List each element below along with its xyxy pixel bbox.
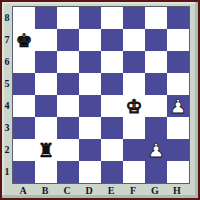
square-b3[interactable] [35,117,57,139]
square-g2[interactable]: ♟ [145,139,167,161]
rank-label-2: 2 [2,139,12,161]
square-b5[interactable] [35,73,57,95]
rank-label-4: 4 [2,95,12,117]
square-d8[interactable] [79,7,101,29]
square-c1[interactable] [57,161,79,183]
rank-label-8: 8 [2,7,12,29]
square-a2[interactable] [13,139,35,161]
file-label-f: F [122,184,144,197]
square-g7[interactable] [145,29,167,51]
square-e2[interactable] [101,139,123,161]
square-e6[interactable] [101,51,123,73]
piece-white-king[interactable]: ♚ [123,95,145,117]
square-c2[interactable] [57,139,79,161]
square-d1[interactable] [79,161,101,183]
square-b8[interactable] [35,7,57,29]
square-d4[interactable] [79,95,101,117]
square-g1[interactable] [145,161,167,183]
chess-board: ♚♚♟♜♟ [12,6,190,184]
square-d2[interactable] [79,139,101,161]
square-f1[interactable] [123,161,145,183]
file-labels: ABCDEFGH [12,184,190,197]
file-label-e: E [100,184,122,197]
square-h7[interactable] [167,29,189,51]
square-d6[interactable] [79,51,101,73]
rank-label-3: 3 [2,117,12,139]
square-a6[interactable] [13,51,35,73]
square-e3[interactable] [101,117,123,139]
square-f4[interactable]: ♚ [123,95,145,117]
square-b6[interactable] [35,51,57,73]
rank-label-6: 6 [2,51,12,73]
file-label-a: A [12,184,34,197]
square-f5[interactable] [123,73,145,95]
square-a1[interactable] [13,161,35,183]
square-c5[interactable] [57,73,79,95]
square-b1[interactable] [35,161,57,183]
square-h2[interactable] [167,139,189,161]
file-label-h: H [166,184,188,197]
file-label-c: C [56,184,78,197]
square-d5[interactable] [79,73,101,95]
square-e8[interactable] [101,7,123,29]
file-label-b: B [34,184,56,197]
square-h6[interactable] [167,51,189,73]
chess-diagram: 87654321 ♚♚♟♜♟ ABCDEFGH [0,0,200,200]
square-e4[interactable] [101,95,123,117]
piece-black-rook[interactable]: ♜ [35,139,57,161]
square-a4[interactable] [13,95,35,117]
square-a7[interactable]: ♚ [13,29,35,51]
square-f2[interactable] [123,139,145,161]
square-g3[interactable] [145,117,167,139]
rank-label-1: 1 [2,161,12,183]
piece-white-pawn[interactable]: ♟ [145,139,167,161]
file-label-d: D [78,184,100,197]
file-label-g: G [144,184,166,197]
square-c8[interactable] [57,7,79,29]
rank-label-7: 7 [2,29,12,51]
square-g6[interactable] [145,51,167,73]
square-e5[interactable] [101,73,123,95]
square-d7[interactable] [79,29,101,51]
square-b4[interactable] [35,95,57,117]
square-a3[interactable] [13,117,35,139]
piece-black-king[interactable]: ♚ [13,29,35,51]
square-h5[interactable] [167,73,189,95]
piece-white-pawn[interactable]: ♟ [167,95,189,117]
square-d3[interactable] [79,117,101,139]
square-f3[interactable] [123,117,145,139]
square-b2[interactable]: ♜ [35,139,57,161]
rank-labels: 87654321 [2,7,12,183]
square-c6[interactable] [57,51,79,73]
square-c3[interactable] [57,117,79,139]
square-f7[interactable] [123,29,145,51]
square-h8[interactable] [167,7,189,29]
square-c4[interactable] [57,95,79,117]
square-h3[interactable] [167,117,189,139]
square-a5[interactable] [13,73,35,95]
square-f6[interactable] [123,51,145,73]
square-h1[interactable] [167,161,189,183]
square-e7[interactable] [101,29,123,51]
square-e1[interactable] [101,161,123,183]
square-c7[interactable] [57,29,79,51]
square-f8[interactable] [123,7,145,29]
square-h4[interactable]: ♟ [167,95,189,117]
rank-label-5: 5 [2,73,12,95]
square-g4[interactable] [145,95,167,117]
square-g8[interactable] [145,7,167,29]
square-g5[interactable] [145,73,167,95]
square-a8[interactable] [13,7,35,29]
square-b7[interactable] [35,29,57,51]
